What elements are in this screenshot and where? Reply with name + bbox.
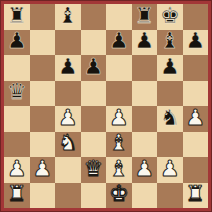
square-g3[interactable] bbox=[157, 132, 183, 158]
square-g5[interactable] bbox=[157, 81, 183, 107]
white-pawn-f2[interactable]: ♟ bbox=[134, 158, 154, 180]
white-king-e1[interactable]: ♚ bbox=[109, 183, 129, 205]
white-pawn-g2[interactable]: ♟ bbox=[160, 158, 180, 180]
square-f7[interactable]: ♟ bbox=[132, 30, 158, 56]
black-bishop-g7[interactable]: ♝ bbox=[160, 30, 180, 52]
black-rook-a8[interactable]: ♜ bbox=[7, 5, 27, 27]
square-c1[interactable] bbox=[55, 183, 81, 209]
square-a7[interactable]: ♟ bbox=[4, 30, 30, 56]
white-bishop-e2[interactable]: ♝ bbox=[109, 158, 129, 180]
square-e3[interactable]: ♝ bbox=[106, 132, 132, 158]
square-a2[interactable]: ♟ bbox=[4, 157, 30, 183]
square-c2[interactable] bbox=[55, 157, 81, 183]
square-f3[interactable] bbox=[132, 132, 158, 158]
square-e1[interactable]: ♚ bbox=[106, 183, 132, 209]
square-a1[interactable]: ♜ bbox=[4, 183, 30, 209]
black-pawn-e7[interactable]: ♟ bbox=[109, 30, 129, 52]
square-h4[interactable]: ♟ bbox=[183, 106, 209, 132]
black-pawn-c6[interactable]: ♟ bbox=[58, 56, 78, 78]
black-pawn-d6[interactable]: ♟ bbox=[83, 56, 103, 78]
square-d1[interactable] bbox=[81, 183, 107, 209]
square-c8[interactable]: ♝ bbox=[55, 4, 81, 30]
square-b4[interactable] bbox=[30, 106, 56, 132]
square-e5[interactable] bbox=[106, 81, 132, 107]
black-pawn-f7[interactable]: ♟ bbox=[134, 30, 154, 52]
square-e6[interactable] bbox=[106, 55, 132, 81]
black-king-g8[interactable]: ♚ bbox=[160, 5, 180, 27]
square-a5[interactable]: ♛ bbox=[4, 81, 30, 107]
square-h1[interactable]: ♜ bbox=[183, 183, 209, 209]
square-d7[interactable] bbox=[81, 30, 107, 56]
square-c5[interactable] bbox=[55, 81, 81, 107]
square-f8[interactable]: ♜ bbox=[132, 4, 158, 30]
white-queen-d2[interactable]: ♛ bbox=[83, 158, 103, 180]
square-d6[interactable]: ♟ bbox=[81, 55, 107, 81]
square-h2[interactable] bbox=[183, 157, 209, 183]
white-rook-a1[interactable]: ♜ bbox=[7, 183, 27, 205]
square-b1[interactable] bbox=[30, 183, 56, 209]
square-e2[interactable]: ♝ bbox=[106, 157, 132, 183]
square-g7[interactable]: ♝ bbox=[157, 30, 183, 56]
white-pawn-a2[interactable]: ♟ bbox=[7, 158, 27, 180]
square-a8[interactable]: ♜ bbox=[4, 4, 30, 30]
square-c7[interactable] bbox=[55, 30, 81, 56]
square-g1[interactable] bbox=[157, 183, 183, 209]
square-g4[interactable]: ♞ bbox=[157, 106, 183, 132]
square-f6[interactable] bbox=[132, 55, 158, 81]
square-b5[interactable] bbox=[30, 81, 56, 107]
square-e4[interactable]: ♟ bbox=[106, 106, 132, 132]
square-h6[interactable] bbox=[183, 55, 209, 81]
square-c4[interactable]: ♟ bbox=[55, 106, 81, 132]
square-g6[interactable]: ♟ bbox=[157, 55, 183, 81]
black-queen-a5[interactable]: ♛ bbox=[7, 81, 27, 103]
square-a6[interactable] bbox=[4, 55, 30, 81]
black-rook-f8[interactable]: ♜ bbox=[134, 5, 154, 27]
white-knight-c3[interactable]: ♞ bbox=[58, 132, 78, 154]
square-g2[interactable]: ♟ bbox=[157, 157, 183, 183]
square-h5[interactable] bbox=[183, 81, 209, 107]
square-d3[interactable] bbox=[81, 132, 107, 158]
white-bishop-e3[interactable]: ♝ bbox=[109, 132, 129, 154]
square-h8[interactable] bbox=[183, 4, 209, 30]
square-c6[interactable]: ♟ bbox=[55, 55, 81, 81]
square-b2[interactable]: ♟ bbox=[30, 157, 56, 183]
black-knight-g4[interactable]: ♞ bbox=[160, 107, 180, 129]
square-b6[interactable] bbox=[30, 55, 56, 81]
square-d2[interactable]: ♛ bbox=[81, 157, 107, 183]
square-e7[interactable]: ♟ bbox=[106, 30, 132, 56]
black-pawn-h7[interactable]: ♟ bbox=[185, 30, 205, 52]
square-b7[interactable] bbox=[30, 30, 56, 56]
square-b3[interactable] bbox=[30, 132, 56, 158]
square-h3[interactable] bbox=[183, 132, 209, 158]
square-d4[interactable] bbox=[81, 106, 107, 132]
square-d8[interactable] bbox=[81, 4, 107, 30]
white-rook-h1[interactable]: ♜ bbox=[185, 183, 205, 205]
square-f4[interactable] bbox=[132, 106, 158, 132]
white-pawn-h4[interactable]: ♟ bbox=[185, 107, 205, 129]
square-e8[interactable] bbox=[106, 4, 132, 30]
square-a3[interactable] bbox=[4, 132, 30, 158]
black-pawn-g6[interactable]: ♟ bbox=[160, 56, 180, 78]
chess-board: ♜♝♜♚♟♟♟♝♟♟♟♟♛♟♟♞♟♞♝♟♟♛♝♟♟♜♚♜ bbox=[4, 4, 208, 208]
square-f5[interactable] bbox=[132, 81, 158, 107]
square-b8[interactable] bbox=[30, 4, 56, 30]
square-g8[interactable]: ♚ bbox=[157, 4, 183, 30]
square-d5[interactable] bbox=[81, 81, 107, 107]
black-bishop-c8[interactable]: ♝ bbox=[58, 5, 78, 27]
white-pawn-e4[interactable]: ♟ bbox=[109, 107, 129, 129]
square-f2[interactable]: ♟ bbox=[132, 157, 158, 183]
square-c3[interactable]: ♞ bbox=[55, 132, 81, 158]
black-pawn-a7[interactable]: ♟ bbox=[7, 30, 27, 52]
white-pawn-c4[interactable]: ♟ bbox=[58, 107, 78, 129]
square-a4[interactable] bbox=[4, 106, 30, 132]
square-h7[interactable]: ♟ bbox=[183, 30, 209, 56]
board-frame: ♜♝♜♚♟♟♟♝♟♟♟♟♛♟♟♞♟♞♝♟♟♛♝♟♟♜♚♜ bbox=[0, 0, 212, 212]
white-pawn-b2[interactable]: ♟ bbox=[32, 158, 52, 180]
square-f1[interactable] bbox=[132, 183, 158, 209]
